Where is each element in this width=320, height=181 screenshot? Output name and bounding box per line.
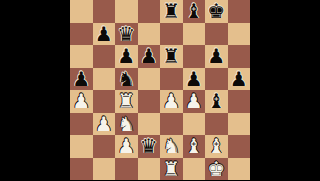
square-g1: ♚: [205, 158, 228, 181]
piece-black-rook-e8: ♜: [162, 1, 180, 21]
piece-white-knight-c3: ♞: [117, 113, 135, 133]
piece-black-bishop-f8: ♝: [185, 1, 203, 21]
square-b3: ♟: [93, 113, 116, 136]
piece-black-pawn-b7: ♟: [95, 23, 113, 43]
piece-black-pawn-d6: ♟: [140, 46, 158, 66]
piece-black-pawn-c6: ♟: [117, 46, 135, 66]
piece-white-bishop-f2: ♝: [185, 136, 203, 156]
square-f1: [183, 158, 206, 181]
piece-white-rook-c4: ♜: [117, 91, 135, 111]
piece-black-bishop-g4: ♝: [207, 91, 225, 111]
square-f2: ♝: [183, 135, 206, 158]
square-b4: [93, 90, 116, 113]
square-d6: ♟: [138, 45, 161, 68]
square-g5: [205, 68, 228, 91]
square-a4: ♟: [70, 90, 93, 113]
letterbox-left: [0, 0, 70, 180]
square-e7: [160, 23, 183, 46]
square-d5: [138, 68, 161, 91]
piece-white-rook-e1: ♜: [162, 158, 180, 178]
square-f8: ♝: [183, 0, 206, 23]
square-b6: [93, 45, 116, 68]
square-h3: [228, 113, 251, 136]
square-c1: [115, 158, 138, 181]
square-c8: [115, 0, 138, 23]
square-h1: [228, 158, 251, 181]
square-f7: [183, 23, 206, 46]
square-g7: [205, 23, 228, 46]
piece-white-knight-e2: ♞: [162, 136, 180, 156]
square-b8: [93, 0, 116, 23]
square-h5: ♟: [228, 68, 251, 91]
square-a3: [70, 113, 93, 136]
square-c4: ♜: [115, 90, 138, 113]
piece-black-pawn-g6: ♟: [207, 46, 225, 66]
piece-black-queen-d2: ♛: [140, 136, 158, 156]
piece-white-king-g1: ♚: [207, 158, 225, 178]
square-e3: [160, 113, 183, 136]
piece-white-pawn-e4: ♟: [162, 91, 180, 111]
piece-white-pawn-f4: ♟: [185, 91, 203, 111]
piece-black-rook-e6: ♜: [162, 46, 180, 66]
square-a2: [70, 135, 93, 158]
square-e2: ♞: [160, 135, 183, 158]
piece-white-pawn-b3: ♟: [95, 113, 113, 133]
piece-black-queen-c7: ♛: [117, 23, 135, 43]
piece-black-pawn-f5: ♟: [185, 68, 203, 88]
square-a5: ♟: [70, 68, 93, 91]
square-h2: [228, 135, 251, 158]
square-e1: ♜: [160, 158, 183, 181]
square-f4: ♟: [183, 90, 206, 113]
square-g3: [205, 113, 228, 136]
square-g2: ♝: [205, 135, 228, 158]
square-g8: ♚: [205, 0, 228, 23]
square-c5: ♞: [115, 68, 138, 91]
square-b1: [93, 158, 116, 181]
square-h6: [228, 45, 251, 68]
square-h4: [228, 90, 251, 113]
square-h7: [228, 23, 251, 46]
square-d2: ♛: [138, 135, 161, 158]
square-a7: [70, 23, 93, 46]
square-a6: [70, 45, 93, 68]
piece-black-knight-c5: ♞: [117, 68, 135, 88]
square-e5: [160, 68, 183, 91]
square-c6: ♟: [115, 45, 138, 68]
square-e8: ♜: [160, 0, 183, 23]
square-d1: [138, 158, 161, 181]
piece-white-pawn-c2: ♟: [117, 136, 135, 156]
piece-black-pawn-h5: ♟: [230, 68, 248, 88]
square-d4: [138, 90, 161, 113]
square-e4: ♟: [160, 90, 183, 113]
square-e6: ♜: [160, 45, 183, 68]
piece-white-pawn-a4: ♟: [72, 91, 90, 111]
square-c2: ♟: [115, 135, 138, 158]
square-g6: ♟: [205, 45, 228, 68]
piece-white-bishop-g2: ♝: [207, 136, 225, 156]
piece-black-king-g8: ♚: [207, 1, 225, 21]
square-f3: [183, 113, 206, 136]
square-b2: [93, 135, 116, 158]
chess-board: ♜♝♚♟♛♟♟♜♟♟♞♟♟♟♜♟♟♝♟♞♟♛♞♝♝♜♚: [70, 0, 250, 180]
square-f5: ♟: [183, 68, 206, 91]
square-f6: [183, 45, 206, 68]
piece-black-pawn-a5: ♟: [72, 68, 90, 88]
square-c7: ♛: [115, 23, 138, 46]
square-h8: [228, 0, 251, 23]
square-b5: [93, 68, 116, 91]
square-d7: [138, 23, 161, 46]
square-d3: [138, 113, 161, 136]
letterbox-right: [250, 0, 320, 180]
square-d8: [138, 0, 161, 23]
square-a1: [70, 158, 93, 181]
square-b7: ♟: [93, 23, 116, 46]
square-g4: ♝: [205, 90, 228, 113]
square-c3: ♞: [115, 113, 138, 136]
video-frame: ♜♝♚♟♛♟♟♜♟♟♞♟♟♟♜♟♟♝♟♞♟♛♞♝♝♜♚: [0, 0, 320, 180]
square-a8: [70, 0, 93, 23]
